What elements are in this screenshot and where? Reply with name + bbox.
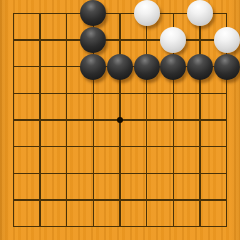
empty-intersection[interactable] [0,107,27,134]
empty-intersection[interactable] [133,80,160,107]
empty-intersection[interactable] [213,133,240,160]
empty-intersection[interactable] [0,80,27,107]
white-stone [134,0,160,26]
empty-intersection[interactable] [53,160,80,187]
empty-intersection[interactable] [53,53,80,80]
empty-intersection[interactable] [27,53,54,80]
empty-intersection[interactable] [213,187,240,214]
empty-intersection[interactable] [107,0,134,27]
occupied-intersection [213,27,240,54]
black-stone [134,54,160,80]
empty-intersection[interactable] [0,187,27,214]
empty-intersection[interactable] [107,187,134,214]
empty-intersection[interactable] [160,187,187,214]
empty-intersection[interactable] [27,0,54,27]
empty-intersection[interactable] [187,187,214,214]
empty-intersection[interactable] [160,160,187,187]
empty-intersection[interactable] [107,213,134,240]
empty-intersection[interactable] [107,133,134,160]
empty-intersection[interactable] [133,160,160,187]
empty-intersection[interactable] [27,213,54,240]
empty-intersection[interactable] [213,213,240,240]
empty-intersection[interactable] [80,187,107,214]
empty-intersection[interactable] [0,160,27,187]
empty-intersection[interactable] [80,107,107,134]
empty-intersection[interactable] [187,80,214,107]
black-stone [160,54,186,80]
empty-intersection[interactable] [0,213,27,240]
empty-intersection[interactable] [160,107,187,134]
empty-intersection[interactable] [53,213,80,240]
empty-intersection[interactable] [0,27,27,54]
empty-intersection[interactable] [27,27,54,54]
black-stone [80,54,106,80]
empty-intersection[interactable] [53,133,80,160]
empty-intersection[interactable] [53,187,80,214]
occupied-intersection [80,53,107,80]
empty-intersection[interactable] [133,27,160,54]
empty-intersection[interactable] [53,107,80,134]
empty-intersection[interactable] [187,213,214,240]
occupied-intersection [213,53,240,80]
empty-intersection[interactable] [133,213,160,240]
white-stone [160,27,186,53]
empty-intersection[interactable] [53,27,80,54]
empty-intersection[interactable] [160,213,187,240]
empty-intersection[interactable] [133,187,160,214]
empty-intersection[interactable] [107,27,134,54]
occupied-intersection [80,27,107,54]
empty-intersection[interactable] [80,160,107,187]
occupied-intersection [160,53,187,80]
occupied-intersection [187,0,214,27]
empty-intersection[interactable] [187,107,214,134]
empty-intersection[interactable] [27,80,54,107]
empty-intersection[interactable] [213,80,240,107]
empty-intersection[interactable] [80,213,107,240]
empty-intersection[interactable] [187,160,214,187]
black-stone [187,54,213,80]
empty-intersection[interactable] [53,0,80,27]
empty-intersection[interactable] [160,0,187,27]
empty-intersection[interactable] [187,27,214,54]
occupied-intersection [80,0,107,27]
black-stone [214,54,240,80]
empty-intersection[interactable] [80,133,107,160]
empty-intersection[interactable] [27,187,54,214]
black-stone [80,27,106,53]
empty-intersection[interactable] [107,160,134,187]
empty-intersection[interactable] [187,133,214,160]
empty-intersection[interactable] [0,133,27,160]
empty-intersection[interactable] [27,107,54,134]
occupied-intersection [160,27,187,54]
empty-intersection[interactable] [0,53,27,80]
empty-intersection[interactable] [213,160,240,187]
empty-intersection[interactable] [160,80,187,107]
occupied-intersection [133,53,160,80]
empty-intersection[interactable] [107,107,134,134]
occupied-intersection [187,53,214,80]
empty-intersection[interactable] [133,107,160,134]
occupied-intersection [107,53,134,80]
go-board-grid [0,0,240,240]
empty-intersection[interactable] [107,80,134,107]
empty-intersection[interactable] [160,133,187,160]
empty-intersection[interactable] [133,133,160,160]
empty-intersection[interactable] [0,0,27,27]
white-stone [214,27,240,53]
empty-intersection[interactable] [27,133,54,160]
empty-intersection[interactable] [213,0,240,27]
go-board [0,0,240,240]
empty-intersection[interactable] [213,107,240,134]
empty-intersection[interactable] [80,80,107,107]
occupied-intersection [133,0,160,27]
black-stone [107,54,133,80]
empty-intersection[interactable] [27,160,54,187]
empty-intersection[interactable] [53,80,80,107]
star-point [117,117,123,123]
white-stone [187,0,213,26]
black-stone [80,0,106,26]
